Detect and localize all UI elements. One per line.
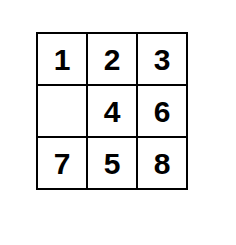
tile-6[interactable]: 6 <box>138 86 186 136</box>
puzzle-screen: 1 2 3 4 6 7 5 8 <box>0 0 236 245</box>
tile-3[interactable]: 3 <box>138 34 186 84</box>
tile-4[interactable]: 4 <box>88 86 136 136</box>
tile-1[interactable]: 1 <box>38 34 86 84</box>
puzzle-board: 1 2 3 4 6 7 5 8 <box>36 32 188 190</box>
tile-8[interactable]: 8 <box>138 138 186 188</box>
tile-7[interactable]: 7 <box>38 138 86 188</box>
blank-cell <box>38 86 86 136</box>
tile-5[interactable]: 5 <box>88 138 136 188</box>
tile-2[interactable]: 2 <box>88 34 136 84</box>
